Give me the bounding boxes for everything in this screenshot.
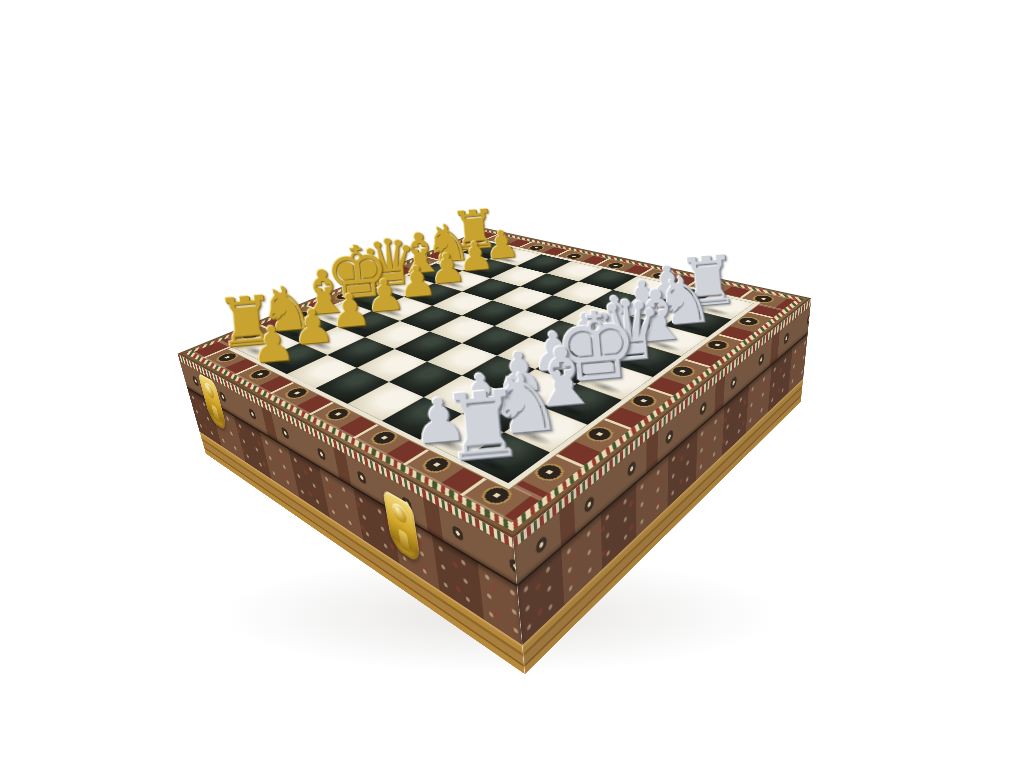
silver-rook-h8: ♜	[438, 382, 527, 473]
chess-box: ♜♞♝♛♚♝♞♜♟♟♟♟♟♟♟♟♟♟♟♟♟♟♟♟♜♞♝♛♚♝♞♜	[177, 228, 811, 538]
gold-pawn-g2: ♟	[290, 303, 336, 350]
gold-pawn-f2: ♟	[329, 288, 373, 333]
gold-pawn-h2: ♟	[249, 320, 296, 368]
camera-tilt-wrapper: ♜♞♝♛♚♝♞♜♟♟♟♟♟♟♟♟♟♟♟♟♟♟♟♟♜♞♝♛♚♝♞♜	[0, 0, 1024, 768]
product-photo-scene: ♜♞♝♛♚♝♞♜♟♟♟♟♟♟♟♟♟♟♟♟♟♟♟♟♜♞♝♛♚♝♞♜	[0, 0, 1024, 768]
perspective-wrapper: ♜♞♝♛♚♝♞♜♟♟♟♟♟♟♟♟♟♟♟♟♟♟♟♟♜♞♝♛♚♝♞♜	[0, 0, 1024, 768]
